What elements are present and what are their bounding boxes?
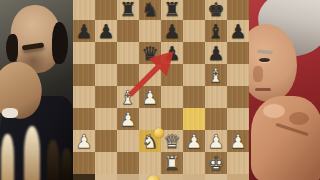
foreground-piece [61,148,72,180]
square-a3[interactable] [73,108,95,130]
square-c5[interactable] [117,64,139,86]
square-g4[interactable] [205,86,227,108]
square-a4[interactable] [73,86,95,108]
white-queen-e2[interactable]: ♛ [161,130,183,152]
square-a7[interactable]: ♟ [73,20,95,42]
square-g3[interactable] [205,108,227,130]
white-rook-e1[interactable]: ♜ [161,152,183,174]
white-king-g1[interactable]: ♚ [205,152,227,174]
square-d4[interactable]: ♟ [139,86,161,108]
square-e5[interactable] [161,64,183,86]
square-b3[interactable] [95,108,117,130]
left-player-photo [0,0,73,180]
right-player-photo [249,0,320,180]
white-pawn-a2[interactable]: ♟ [73,130,95,152]
square-e4[interactable] [161,86,183,108]
right-player-hand [251,96,320,180]
square-h4[interactable] [227,86,249,108]
square-h5[interactable] [227,64,249,86]
square-g6[interactable]: ♟ [205,42,227,64]
square-b4[interactable] [95,86,117,108]
square-f5[interactable] [183,64,205,86]
square-f3[interactable] [183,108,205,130]
square-f7[interactable] [183,20,205,42]
square-a2[interactable]: ♟ [73,130,95,152]
foreground-piece [24,126,40,180]
square-d3[interactable] [139,108,161,130]
square-b5[interactable] [95,64,117,86]
foreground-piece [47,140,59,180]
foreground-chess-pieces [0,118,73,180]
black-pawn-h7[interactable]: ♟ [227,20,249,42]
white-pawn-f2[interactable]: ♟ [183,130,205,152]
square-f4[interactable] [183,86,205,108]
square-c2[interactable] [117,130,139,152]
black-king-g8[interactable]: ♚ [205,0,227,20]
black-queen-d6[interactable]: ♛ [139,42,161,64]
square-c6[interactable] [117,42,139,64]
square-b2[interactable] [95,130,117,152]
square-c8[interactable]: ♜ [117,0,139,20]
square-e6[interactable]: ♟ [161,42,183,64]
square-g7[interactable]: ♝ [205,20,227,42]
foreground-piece [1,134,14,180]
black-knight-d8[interactable]: ♞ [139,0,161,20]
right-player-knuckle [289,112,309,125]
video-frame: ♜♞♜♚♟♟♟♝♟♛♟♟♝♝♟♟♟♞♛♟♟♟♜♚ [0,0,320,180]
square-h6[interactable] [227,42,249,64]
square-h2[interactable]: ♟ [227,130,249,152]
square-f1[interactable] [183,152,205,174]
square-f2[interactable]: ♟ [183,130,205,152]
square-d6[interactable]: ♛ [139,42,161,64]
white-bishop-g5[interactable]: ♝ [205,64,227,86]
square-d8[interactable]: ♞ [139,0,161,20]
square-c7[interactable] [117,20,139,42]
white-pawn-h2[interactable]: ♟ [227,130,249,152]
square-e7[interactable]: ♟ [161,20,183,42]
square-a1[interactable] [73,152,95,174]
white-pawn-c3[interactable]: ♟ [117,108,139,130]
black-pawn-a7[interactable]: ♟ [73,20,95,42]
square-h7[interactable]: ♟ [227,20,249,42]
square-a8[interactable] [73,0,95,20]
white-pawn-g2[interactable]: ♟ [205,130,227,152]
square-e3[interactable] [161,108,183,130]
white-pawn-d4[interactable]: ♟ [139,86,161,108]
square-c4[interactable]: ♝ [117,86,139,108]
black-rook-e8[interactable]: ♜ [161,0,183,20]
black-pawn-b7[interactable]: ♟ [95,20,117,42]
left-player-shirt-cuff [2,108,18,118]
right-player-mouth [255,88,271,91]
square-h1[interactable] [227,152,249,174]
black-pawn-e7[interactable]: ♟ [161,20,183,42]
square-h8[interactable] [227,0,249,20]
left-player-hair [52,22,68,64]
square-a5[interactable] [73,64,95,86]
black-bishop-g7[interactable]: ♝ [205,20,227,42]
square-b1[interactable] [95,152,117,174]
square-f8[interactable] [183,0,205,20]
square-f6[interactable] [183,42,205,64]
black-pawn-g6[interactable]: ♟ [205,42,227,64]
square-e2[interactable]: ♛ [161,130,183,152]
white-bishop-c4[interactable]: ♝ [117,86,139,108]
board-bottom-edge [73,174,249,180]
square-b6[interactable] [95,42,117,64]
square-g2[interactable]: ♟ [205,130,227,152]
square-d1[interactable] [139,152,161,174]
square-g5[interactable]: ♝ [205,64,227,86]
square-g1[interactable]: ♚ [205,152,227,174]
square-e8[interactable]: ♜ [161,0,183,20]
square-b7[interactable]: ♟ [95,20,117,42]
right-player-eye [259,58,270,62]
square-d7[interactable] [139,20,161,42]
square-a6[interactable] [73,42,95,64]
square-c1[interactable] [117,152,139,174]
square-d5[interactable] [139,64,161,86]
right-player-knuckle [263,104,285,118]
square-h3[interactable] [227,108,249,130]
right-player-nose [253,66,263,82]
black-rook-c8[interactable]: ♜ [117,0,139,20]
black-pawn-e6[interactable]: ♟ [161,42,183,64]
square-c3[interactable]: ♟ [117,108,139,130]
square-b8[interactable] [95,0,117,20]
square-g8[interactable]: ♚ [205,0,227,20]
gold-coin-icon [154,128,164,138]
chess-board: ♜♞♜♚♟♟♟♝♟♛♟♟♝♝♟♟♟♞♛♟♟♟♜♚ [73,0,249,174]
square-e1[interactable]: ♜ [161,152,183,174]
